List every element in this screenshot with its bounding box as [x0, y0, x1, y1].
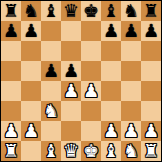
square-a6[interactable]	[1, 41, 21, 61]
black-king-e8[interactable]: ♚	[83, 1, 99, 21]
white-queen-d1[interactable]: ♛	[63, 141, 79, 161]
white-bishop-c1[interactable]: ♝	[43, 141, 59, 161]
square-h1[interactable]: ♜	[141, 141, 161, 161]
black-pawn-b7[interactable]: ♟	[23, 21, 39, 41]
white-rook-h1[interactable]: ♜	[143, 141, 159, 161]
black-rook-a8[interactable]: ♜	[3, 1, 19, 21]
square-e7[interactable]	[81, 21, 101, 41]
square-h5[interactable]	[141, 61, 161, 81]
square-e3[interactable]	[81, 101, 101, 121]
white-knight-g1[interactable]: ♞	[123, 141, 139, 161]
square-f7[interactable]: ♟	[101, 21, 121, 41]
square-h2[interactable]: ♟	[141, 121, 161, 141]
square-f3[interactable]	[101, 101, 121, 121]
square-f1[interactable]: ♝	[101, 141, 121, 161]
white-pawn-f2[interactable]: ♟	[103, 121, 119, 141]
square-c3[interactable]: ♞	[41, 101, 61, 121]
black-pawn-a7[interactable]: ♟	[3, 21, 19, 41]
square-e8[interactable]: ♚	[81, 1, 101, 21]
square-b2[interactable]: ♟	[21, 121, 41, 141]
square-g4[interactable]	[121, 81, 141, 101]
square-f8[interactable]: ♝	[101, 1, 121, 21]
square-d3[interactable]	[61, 101, 81, 121]
square-d8[interactable]: ♛	[61, 1, 81, 21]
square-b5[interactable]	[21, 61, 41, 81]
white-bishop-f1[interactable]: ♝	[103, 141, 119, 161]
square-g5[interactable]	[121, 61, 141, 81]
white-pawn-a2[interactable]: ♟	[3, 121, 19, 141]
black-queen-d8[interactable]: ♛	[63, 1, 79, 21]
square-b4[interactable]	[21, 81, 41, 101]
square-b6[interactable]	[21, 41, 41, 61]
square-a3[interactable]	[1, 101, 21, 121]
square-b1[interactable]	[21, 141, 41, 161]
square-c2[interactable]	[41, 121, 61, 141]
square-c5[interactable]: ♟	[41, 61, 61, 81]
square-e5[interactable]	[81, 61, 101, 81]
square-d2[interactable]	[61, 121, 81, 141]
square-a7[interactable]: ♟	[1, 21, 21, 41]
chess-board-container: ♜♞♝♛♚♝♞♜♟♟♟♟♟♟♟♟♟♞♟♟♟♟♟♜♝♛♚♝♞♜	[0, 0, 162, 162]
square-e2[interactable]	[81, 121, 101, 141]
square-a4[interactable]	[1, 81, 21, 101]
square-d6[interactable]	[61, 41, 81, 61]
square-c4[interactable]	[41, 81, 61, 101]
white-pawn-e4[interactable]: ♟	[83, 81, 99, 101]
square-c6[interactable]	[41, 41, 61, 61]
square-c1[interactable]: ♝	[41, 141, 61, 161]
square-g2[interactable]: ♟	[121, 121, 141, 141]
square-a8[interactable]: ♜	[1, 1, 21, 21]
square-a1[interactable]: ♜	[1, 141, 21, 161]
white-pawn-g2[interactable]: ♟	[123, 121, 139, 141]
square-h8[interactable]: ♜	[141, 1, 161, 21]
square-e4[interactable]: ♟	[81, 81, 101, 101]
square-f6[interactable]	[101, 41, 121, 61]
black-bishop-c8[interactable]: ♝	[43, 1, 59, 21]
black-pawn-f7[interactable]: ♟	[103, 21, 119, 41]
square-e1[interactable]: ♚	[81, 141, 101, 161]
square-g3[interactable]	[121, 101, 141, 121]
white-pawn-b2[interactable]: ♟	[23, 121, 39, 141]
square-g7[interactable]: ♟	[121, 21, 141, 41]
black-pawn-h7[interactable]: ♟	[143, 21, 159, 41]
square-d4[interactable]: ♟	[61, 81, 81, 101]
square-d5[interactable]: ♟	[61, 61, 81, 81]
square-d7[interactable]	[61, 21, 81, 41]
square-h6[interactable]	[141, 41, 161, 61]
square-e6[interactable]	[81, 41, 101, 61]
square-g6[interactable]	[121, 41, 141, 61]
square-a2[interactable]: ♟	[1, 121, 21, 141]
square-b8[interactable]: ♞	[21, 1, 41, 21]
square-b3[interactable]	[21, 101, 41, 121]
black-pawn-g7[interactable]: ♟	[123, 21, 139, 41]
square-g1[interactable]: ♞	[121, 141, 141, 161]
square-g8[interactable]: ♞	[121, 1, 141, 21]
square-f2[interactable]: ♟	[101, 121, 121, 141]
square-f4[interactable]	[101, 81, 121, 101]
white-pawn-h2[interactable]: ♟	[143, 121, 159, 141]
square-b7[interactable]: ♟	[21, 21, 41, 41]
square-h7[interactable]: ♟	[141, 21, 161, 41]
black-pawn-c5[interactable]: ♟	[43, 61, 59, 81]
black-bishop-f8[interactable]: ♝	[103, 1, 119, 21]
square-c7[interactable]	[41, 21, 61, 41]
square-h3[interactable]	[141, 101, 161, 121]
black-pawn-d5[interactable]: ♟	[63, 61, 79, 81]
white-knight-c3[interactable]: ♞	[43, 101, 59, 121]
square-c8[interactable]: ♝	[41, 1, 61, 21]
square-f5[interactable]	[101, 61, 121, 81]
square-d1[interactable]: ♛	[61, 141, 81, 161]
square-a5[interactable]	[1, 61, 21, 81]
black-knight-b8[interactable]: ♞	[23, 1, 39, 21]
black-rook-h8[interactable]: ♜	[143, 1, 159, 21]
square-h4[interactable]	[141, 81, 161, 101]
white-pawn-d4[interactable]: ♟	[63, 81, 79, 101]
white-king-e1[interactable]: ♚	[83, 141, 99, 161]
white-rook-a1[interactable]: ♜	[3, 141, 19, 161]
chess-board: ♜♞♝♛♚♝♞♜♟♟♟♟♟♟♟♟♟♞♟♟♟♟♟♜♝♛♚♝♞♜	[0, 0, 162, 162]
black-knight-g8[interactable]: ♞	[123, 1, 139, 21]
